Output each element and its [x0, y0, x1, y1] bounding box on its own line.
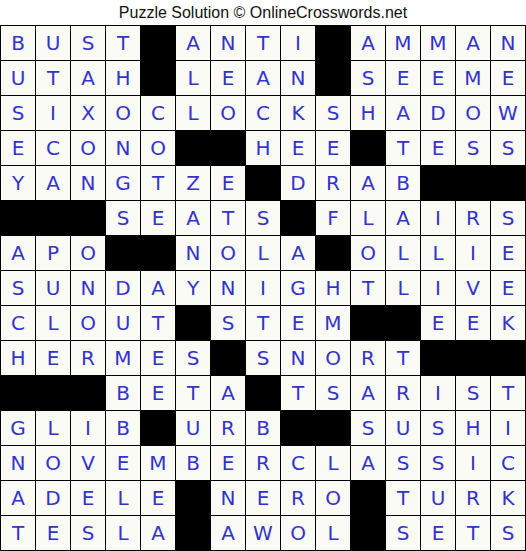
letter-cell-r10c12: T [386, 341, 421, 376]
letter-cell-r3c14: O [456, 96, 491, 131]
letter-cell-r8c2: U [36, 271, 71, 306]
block-cell-r15c11 [351, 516, 386, 551]
letter-cell-r3c5: C [141, 96, 176, 131]
letter-cell-r12c1: G [1, 411, 36, 446]
block-cell-r10c13 [421, 341, 456, 376]
letter-cell-r13c1: N [1, 446, 36, 481]
block-cell-r9c12 [386, 306, 421, 341]
block-cell-r12c9 [281, 411, 316, 446]
letter-cell-r13c8: R [246, 446, 281, 481]
letter-cell-r4c14: S [456, 131, 491, 166]
letter-cell-r15c7: A [211, 516, 246, 551]
letter-cell-r2c3: A [71, 61, 106, 96]
letter-cell-r14c8: E [246, 481, 281, 516]
letter-cell-r1c6: A [176, 26, 211, 61]
letter-cell-r9c13: E [421, 306, 456, 341]
block-cell-r14c6 [176, 481, 211, 516]
letter-cell-r6c4: S [106, 201, 141, 236]
letter-cell-r3c2: I [36, 96, 71, 131]
letter-cell-r10c1: H [1, 341, 36, 376]
letter-cell-r8c10: H [316, 271, 351, 306]
letter-cell-r15c10: L [316, 516, 351, 551]
letter-cell-r9c9: E [281, 306, 316, 341]
letter-cell-r13c3: V [71, 446, 106, 481]
letter-cell-r3c11: H [351, 96, 386, 131]
letter-cell-r1c9: I [281, 26, 316, 61]
letter-cell-r2c4: H [106, 61, 141, 96]
letter-cell-r9c10: M [316, 306, 351, 341]
letter-cell-r1c7: N [211, 26, 246, 61]
letter-cell-r12c14: H [456, 411, 491, 446]
letter-cell-r8c12: L [386, 271, 421, 306]
letter-cell-r15c8: W [246, 516, 281, 551]
letter-cell-r7c6: N [176, 236, 211, 271]
letter-cell-r5c11: A [351, 166, 386, 201]
letter-cell-r1c13: M [421, 26, 456, 61]
letter-cell-r10c4: M [106, 341, 141, 376]
letter-cell-r2c1: U [1, 61, 36, 96]
letter-cell-r1c4: T [106, 26, 141, 61]
letter-cell-r2c14: M [456, 61, 491, 96]
letter-cell-r7c11: O [351, 236, 386, 271]
letter-cell-r3c7: O [211, 96, 246, 131]
letter-cell-r3c8: C [246, 96, 281, 131]
letter-cell-r13c4: E [106, 446, 141, 481]
block-cell-r4c7 [211, 131, 246, 166]
letter-cell-r3c10: S [316, 96, 351, 131]
letter-cell-r15c4: L [106, 516, 141, 551]
letter-cell-r14c15: K [491, 481, 526, 516]
letter-cell-r5c1: Y [1, 166, 36, 201]
letter-cell-r8c14: V [456, 271, 491, 306]
letter-cell-r13c2: O [36, 446, 71, 481]
letter-cell-r3c6: L [176, 96, 211, 131]
letter-cell-r6c6: A [176, 201, 211, 236]
letter-cell-r4c9: E [281, 131, 316, 166]
letter-cell-r11c5: E [141, 376, 176, 411]
letter-cell-r8c5: A [141, 271, 176, 306]
letter-cell-r13c9: C [281, 446, 316, 481]
letter-cell-r5c5: T [141, 166, 176, 201]
letter-cell-r9c8: T [246, 306, 281, 341]
block-cell-r5c8 [246, 166, 281, 201]
letter-cell-r9c4: U [106, 306, 141, 341]
letter-cell-r14c3: E [71, 481, 106, 516]
letter-cell-r1c15: N [491, 26, 526, 61]
letter-cell-r12c4: B [106, 411, 141, 446]
letter-cell-r2c9: N [281, 61, 316, 96]
letter-cell-r11c11: A [351, 376, 386, 411]
letter-cell-r14c9: R [281, 481, 316, 516]
letter-cell-r13c10: L [316, 446, 351, 481]
block-cell-r15c6 [176, 516, 211, 551]
letter-cell-r6c8: S [246, 201, 281, 236]
letter-cell-r1c12: M [386, 26, 421, 61]
block-cell-r5c15 [491, 166, 526, 201]
block-cell-r2c10 [316, 61, 351, 96]
letter-cell-r10c10: O [316, 341, 351, 376]
block-cell-r12c5 [141, 411, 176, 446]
letter-cell-r14c1: A [1, 481, 36, 516]
letter-cell-r2c11: S [351, 61, 386, 96]
block-cell-r5c13 [421, 166, 456, 201]
letter-cell-r11c10: S [316, 376, 351, 411]
letter-cell-r9c5: T [141, 306, 176, 341]
letter-cell-r13c15: C [491, 446, 526, 481]
letter-cell-r12c7: R [211, 411, 246, 446]
letter-cell-r4c8: H [246, 131, 281, 166]
letter-cell-r11c6: T [176, 376, 211, 411]
letter-cell-r2c7: E [211, 61, 246, 96]
letter-cell-r10c5: E [141, 341, 176, 376]
letter-cell-r15c12: S [386, 516, 421, 551]
letter-cell-r14c10: O [316, 481, 351, 516]
letter-cell-r9c2: L [36, 306, 71, 341]
letter-cell-r4c10: E [316, 131, 351, 166]
page-title: Puzzle Solution © OnlineCrosswords.net [119, 4, 407, 22]
block-cell-r4c11 [351, 131, 386, 166]
letter-cell-r3c1: S [1, 96, 36, 131]
letter-cell-r6c13: I [421, 201, 456, 236]
letter-cell-r1c8: T [246, 26, 281, 61]
letter-cell-r9c14: E [456, 306, 491, 341]
letter-cell-r8c9: G [281, 271, 316, 306]
letter-cell-r10c3: R [71, 341, 106, 376]
letter-cell-r5c10: R [316, 166, 351, 201]
letter-cell-r6c10: F [316, 201, 351, 236]
letter-cell-r2c8: A [246, 61, 281, 96]
letter-cell-r7c3: O [71, 236, 106, 271]
letter-cell-r11c9: T [281, 376, 316, 411]
letter-cell-r7c15: E [491, 236, 526, 271]
letter-cell-r12c8: B [246, 411, 281, 446]
block-cell-r11c8 [246, 376, 281, 411]
letter-cell-r4c4: N [106, 131, 141, 166]
letter-cell-r10c6: S [176, 341, 211, 376]
letter-cell-r14c12: T [386, 481, 421, 516]
letter-cell-r5c7: E [211, 166, 246, 201]
block-cell-r4c6 [176, 131, 211, 166]
block-cell-r11c1 [1, 376, 36, 411]
letter-cell-r13c14: I [456, 446, 491, 481]
letter-cell-r3c3: X [71, 96, 106, 131]
letter-cell-r3c9: K [281, 96, 316, 131]
letter-cell-r4c3: O [71, 131, 106, 166]
block-cell-r9c11 [351, 306, 386, 341]
letter-cell-r7c13: L [421, 236, 456, 271]
block-cell-r7c5 [141, 236, 176, 271]
letter-cell-r12c2: L [36, 411, 71, 446]
letter-cell-r4c5: O [141, 131, 176, 166]
block-cell-r6c1 [1, 201, 36, 236]
letter-cell-r6c15: S [491, 201, 526, 236]
block-cell-r9c6 [176, 306, 211, 341]
letter-cell-r8c4: D [106, 271, 141, 306]
letter-cell-r8c7: N [211, 271, 246, 306]
block-cell-r10c7 [211, 341, 246, 376]
letter-cell-r8c1: S [1, 271, 36, 306]
letter-cell-r14c14: R [456, 481, 491, 516]
letter-cell-r10c8: S [246, 341, 281, 376]
letter-cell-r13c6: B [176, 446, 211, 481]
letter-cell-r14c5: E [141, 481, 176, 516]
letter-cell-r3c12: A [386, 96, 421, 131]
letter-cell-r8c11: T [351, 271, 386, 306]
letter-cell-r13c13: S [421, 446, 456, 481]
letter-cell-r12c13: S [421, 411, 456, 446]
letter-cell-r9c7: S [211, 306, 246, 341]
letter-cell-r12c3: I [71, 411, 106, 446]
letter-cell-r5c4: G [106, 166, 141, 201]
block-cell-r6c3 [71, 201, 106, 236]
letter-cell-r7c8: L [246, 236, 281, 271]
block-cell-r6c9 [281, 201, 316, 236]
crossword-solution-page: Puzzle Solution © OnlineCrosswords.net B… [0, 0, 526, 551]
letter-cell-r6c14: R [456, 201, 491, 236]
letter-cell-r1c2: U [36, 26, 71, 61]
title-bar: Puzzle Solution © OnlineCrosswords.net [0, 0, 526, 25]
letter-cell-r15c13: E [421, 516, 456, 551]
letter-cell-r6c11: L [351, 201, 386, 236]
letter-cell-r13c5: M [141, 446, 176, 481]
letter-cell-r6c7: T [211, 201, 246, 236]
letter-cell-r1c1: B [1, 26, 36, 61]
letter-cell-r8c6: Y [176, 271, 211, 306]
letter-cell-r7c14: I [456, 236, 491, 271]
letter-cell-r12c6: U [176, 411, 211, 446]
letter-cell-r11c15: T [491, 376, 526, 411]
block-cell-r1c10 [316, 26, 351, 61]
letter-cell-r3c15: W [491, 96, 526, 131]
letter-cell-r12c12: U [386, 411, 421, 446]
letter-cell-r7c12: L [386, 236, 421, 271]
letter-cell-r6c5: E [141, 201, 176, 236]
letter-cell-r5c9: D [281, 166, 316, 201]
letter-cell-r15c2: E [36, 516, 71, 551]
letter-cell-r4c2: C [36, 131, 71, 166]
block-cell-r11c3 [71, 376, 106, 411]
letter-cell-r4c12: T [386, 131, 421, 166]
block-cell-r5c14 [456, 166, 491, 201]
letter-cell-r10c2: E [36, 341, 71, 376]
block-cell-r12c10 [316, 411, 351, 446]
letter-cell-r10c9: N [281, 341, 316, 376]
letter-cell-r15c14: T [456, 516, 491, 551]
letter-cell-r2c6: L [176, 61, 211, 96]
crossword-grid: BUSTANTIAMMANUTAHLEANSEEMESIXOCLOCKSHADO… [0, 25, 526, 551]
letter-cell-r2c13: E [421, 61, 456, 96]
block-cell-r10c14 [456, 341, 491, 376]
letter-cell-r11c4: B [106, 376, 141, 411]
letter-cell-r3c4: O [106, 96, 141, 131]
letter-cell-r11c12: R [386, 376, 421, 411]
letter-cell-r5c2: A [36, 166, 71, 201]
block-cell-r11c2 [36, 376, 71, 411]
letter-cell-r13c7: E [211, 446, 246, 481]
letter-cell-r2c15: E [491, 61, 526, 96]
letter-cell-r7c2: P [36, 236, 71, 271]
letter-cell-r7c1: A [1, 236, 36, 271]
letter-cell-r14c4: L [106, 481, 141, 516]
letter-cell-r13c12: S [386, 446, 421, 481]
block-cell-r6c2 [36, 201, 71, 236]
letter-cell-r3c13: D [421, 96, 456, 131]
letter-cell-r2c12: E [386, 61, 421, 96]
letter-cell-r13c11: A [351, 446, 386, 481]
letter-cell-r4c1: E [1, 131, 36, 166]
block-cell-r2c5 [141, 61, 176, 96]
letter-cell-r4c13: E [421, 131, 456, 166]
letter-cell-r14c7: N [211, 481, 246, 516]
letter-cell-r1c14: A [456, 26, 491, 61]
letter-cell-r14c13: U [421, 481, 456, 516]
letter-cell-r1c3: S [71, 26, 106, 61]
letter-cell-r6c12: A [386, 201, 421, 236]
letter-cell-r8c13: I [421, 271, 456, 306]
letter-cell-r8c8: I [246, 271, 281, 306]
letter-cell-r9c15: K [491, 306, 526, 341]
letter-cell-r14c2: D [36, 481, 71, 516]
letter-cell-r15c1: T [1, 516, 36, 551]
letter-cell-r8c3: N [71, 271, 106, 306]
letter-cell-r1c11: A [351, 26, 386, 61]
letter-cell-r5c12: B [386, 166, 421, 201]
letter-cell-r12c11: S [351, 411, 386, 446]
block-cell-r1c5 [141, 26, 176, 61]
letter-cell-r11c7: A [211, 376, 246, 411]
letter-cell-r15c3: S [71, 516, 106, 551]
letter-cell-r7c7: O [211, 236, 246, 271]
letter-cell-r15c5: A [141, 516, 176, 551]
letter-cell-r11c14: S [456, 376, 491, 411]
letter-cell-r15c15: S [491, 516, 526, 551]
block-cell-r7c10 [316, 236, 351, 271]
letter-cell-r4c15: S [491, 131, 526, 166]
letter-cell-r12c15: I [491, 411, 526, 446]
block-cell-r10c15 [491, 341, 526, 376]
letter-cell-r9c3: O [71, 306, 106, 341]
letter-cell-r11c13: I [421, 376, 456, 411]
block-cell-r14c11 [351, 481, 386, 516]
letter-cell-r5c3: N [71, 166, 106, 201]
letter-cell-r15c9: O [281, 516, 316, 551]
letter-cell-r2c2: T [36, 61, 71, 96]
block-cell-r7c4 [106, 236, 141, 271]
letter-cell-r5c6: Z [176, 166, 211, 201]
letter-cell-r10c11: R [351, 341, 386, 376]
letter-cell-r9c1: C [1, 306, 36, 341]
letter-cell-r7c9: A [281, 236, 316, 271]
letter-cell-r8c15: E [491, 271, 526, 306]
